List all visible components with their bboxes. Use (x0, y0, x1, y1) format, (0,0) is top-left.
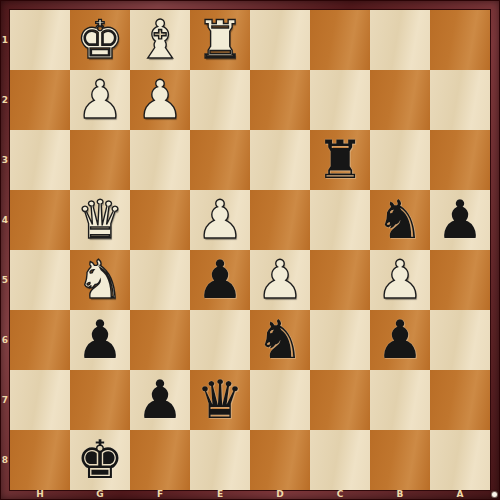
file-label-c: C (310, 487, 370, 500)
piece-white-pawn: ♟ (376, 253, 424, 306)
square-a6[interactable] (430, 310, 490, 370)
square-a3[interactable] (430, 130, 490, 190)
square-b7[interactable] (370, 370, 430, 430)
square-c2[interactable] (310, 70, 370, 130)
square-d2[interactable] (250, 70, 310, 130)
file-labels: HGFEDCBA (10, 487, 490, 500)
square-e3[interactable] (190, 130, 250, 190)
square-g2[interactable]: ♟ (70, 70, 130, 130)
square-b4[interactable]: ♞ (370, 190, 430, 250)
square-a4[interactable]: ♟ (430, 190, 490, 250)
square-h4[interactable] (10, 190, 70, 250)
square-b5[interactable]: ♟ (370, 250, 430, 310)
piece-black-knight: ♞ (376, 193, 424, 246)
square-f2[interactable]: ♟ (130, 70, 190, 130)
square-c3[interactable]: ♜ (310, 130, 370, 190)
rank-labels: 12345678 (0, 10, 10, 490)
piece-black-king: ♚ (76, 433, 124, 486)
rank-label-7: 7 (0, 370, 10, 430)
square-f4[interactable] (130, 190, 190, 250)
square-a8[interactable] (430, 430, 490, 490)
square-d3[interactable] (250, 130, 310, 190)
square-d4[interactable] (250, 190, 310, 250)
square-d7[interactable] (250, 370, 310, 430)
square-e8[interactable] (190, 430, 250, 490)
rank-label-3: 3 (0, 130, 10, 190)
square-d6[interactable]: ♞ (250, 310, 310, 370)
piece-white-king: ♚ (76, 13, 124, 66)
square-f8[interactable] (130, 430, 190, 490)
file-label-f: F (130, 487, 190, 500)
square-a7[interactable] (430, 370, 490, 430)
square-f6[interactable] (130, 310, 190, 370)
square-b8[interactable] (370, 430, 430, 490)
file-label-h: H (10, 487, 70, 500)
square-c4[interactable] (310, 190, 370, 250)
square-a2[interactable] (430, 70, 490, 130)
piece-white-knight: ♞ (76, 253, 124, 306)
square-h6[interactable] (10, 310, 70, 370)
chessboard-frame: 12345678 ♚♝♜♟♟♜♛♟♞♟♞♟♟♟♟♞♟♟♛♚ HGFEDCBA (0, 0, 500, 500)
square-d5[interactable]: ♟ (250, 250, 310, 310)
piece-black-pawn: ♟ (76, 313, 124, 366)
rank-label-5: 5 (0, 250, 10, 310)
rank-label-8: 8 (0, 430, 10, 490)
square-f5[interactable] (130, 250, 190, 310)
piece-white-rook: ♜ (196, 13, 244, 66)
square-h1[interactable] (10, 10, 70, 70)
square-h3[interactable] (10, 130, 70, 190)
square-g3[interactable] (70, 130, 130, 190)
chess-board[interactable]: ♚♝♜♟♟♜♛♟♞♟♞♟♟♟♟♞♟♟♛♚ (10, 10, 490, 490)
square-e6[interactable] (190, 310, 250, 370)
square-b2[interactable] (370, 70, 430, 130)
square-d8[interactable] (250, 430, 310, 490)
square-d1[interactable] (250, 10, 310, 70)
rank-label-4: 4 (0, 190, 10, 250)
piece-black-pawn: ♟ (436, 193, 484, 246)
square-h2[interactable] (10, 70, 70, 130)
square-g5[interactable]: ♞ (70, 250, 130, 310)
square-b1[interactable] (370, 10, 430, 70)
square-f3[interactable] (130, 130, 190, 190)
file-label-g: G (70, 487, 130, 500)
square-e7[interactable]: ♛ (190, 370, 250, 430)
file-label-d: D (250, 487, 310, 500)
piece-black-pawn: ♟ (136, 373, 184, 426)
square-e1[interactable]: ♜ (190, 10, 250, 70)
square-e5[interactable]: ♟ (190, 250, 250, 310)
square-e2[interactable] (190, 70, 250, 130)
square-c5[interactable] (310, 250, 370, 310)
piece-white-pawn: ♟ (196, 193, 244, 246)
square-e4[interactable]: ♟ (190, 190, 250, 250)
piece-white-queen: ♛ (76, 193, 124, 246)
square-c6[interactable] (310, 310, 370, 370)
square-b3[interactable] (370, 130, 430, 190)
piece-white-bishop: ♝ (136, 13, 184, 66)
piece-white-pawn: ♟ (76, 73, 124, 126)
piece-black-pawn: ♟ (376, 313, 424, 366)
square-h5[interactable] (10, 250, 70, 310)
piece-black-pawn: ♟ (196, 253, 244, 306)
square-g7[interactable] (70, 370, 130, 430)
piece-white-pawn: ♟ (256, 253, 304, 306)
square-f1[interactable]: ♝ (130, 10, 190, 70)
piece-white-pawn: ♟ (136, 73, 184, 126)
white-to-move-indicator (491, 491, 498, 498)
square-h7[interactable] (10, 370, 70, 430)
rank-label-6: 6 (0, 310, 10, 370)
square-c8[interactable] (310, 430, 370, 490)
square-b6[interactable]: ♟ (370, 310, 430, 370)
square-g8[interactable]: ♚ (70, 430, 130, 490)
rank-label-2: 2 (0, 70, 10, 130)
square-g6[interactable]: ♟ (70, 310, 130, 370)
file-label-a: A (430, 487, 490, 500)
piece-black-rook: ♜ (316, 133, 364, 186)
square-h8[interactable] (10, 430, 70, 490)
square-c7[interactable] (310, 370, 370, 430)
square-a5[interactable] (430, 250, 490, 310)
file-label-e: E (190, 487, 250, 500)
square-f7[interactable]: ♟ (130, 370, 190, 430)
piece-black-queen: ♛ (196, 373, 244, 426)
file-label-b: B (370, 487, 430, 500)
piece-black-knight: ♞ (256, 313, 304, 366)
square-c1[interactable] (310, 10, 370, 70)
square-g4[interactable]: ♛ (70, 190, 130, 250)
square-g1[interactable]: ♚ (70, 10, 130, 70)
square-a1[interactable] (430, 10, 490, 70)
rank-label-1: 1 (0, 10, 10, 70)
